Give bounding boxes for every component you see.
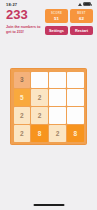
board-cell: 2: [31, 89, 47, 105]
score-panel: SCORE 51 BEST 62 Settings Restart: [45, 9, 93, 35]
restart-button[interactable]: Restart: [70, 26, 93, 35]
board-cell: 2: [14, 125, 30, 141]
goal-subtitle: Join the numbers to get to 233!: [6, 25, 46, 34]
settings-button[interactable]: Settings: [45, 26, 68, 35]
battery-icon: [83, 2, 91, 6]
best-label: BEST: [77, 11, 85, 15]
board-cell: 2: [31, 107, 47, 123]
board-cell: 3: [14, 72, 30, 88]
home-indicator[interactable]: [33, 204, 64, 206]
game-board[interactable]: 3 5 2 2 2 2 8 2 8: [10, 68, 87, 145]
best-value: 62: [79, 16, 84, 21]
clock: 18:27: [6, 2, 17, 7]
score-label: SCORE: [51, 11, 62, 15]
board-cell: [49, 72, 65, 88]
board-cell: [67, 72, 83, 88]
board-cell: 8: [67, 125, 83, 141]
wifi-icon: [78, 3, 82, 6]
board-cell: 2: [14, 107, 30, 123]
board-cell: 2: [49, 125, 65, 141]
status-icons: [78, 2, 92, 6]
game-header: 233 Join the numbers to get to 233! SCOR…: [6, 8, 93, 34]
board-cell: 8: [31, 125, 47, 141]
best-box: BEST 62: [70, 9, 93, 23]
board-cell: [67, 89, 83, 105]
board-cell: [67, 107, 83, 123]
board-cell: [49, 89, 65, 105]
score-box: SCORE 51: [45, 9, 68, 23]
score-value: 51: [54, 16, 59, 21]
board-cell: [49, 107, 65, 123]
board-cell: 5: [14, 89, 30, 105]
board-cell: [31, 72, 47, 88]
